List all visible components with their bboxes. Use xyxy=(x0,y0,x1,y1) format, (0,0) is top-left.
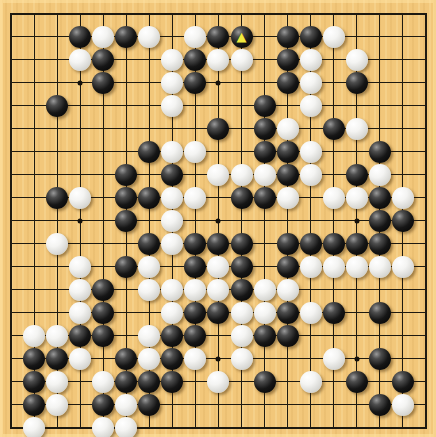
black-stone xyxy=(207,302,229,324)
black-stone xyxy=(115,371,137,393)
white-stone xyxy=(46,325,68,347)
black-stone xyxy=(231,279,253,301)
black-stone xyxy=(254,325,276,347)
black-stone xyxy=(92,49,114,71)
black-stone xyxy=(392,210,414,232)
white-stone xyxy=(392,256,414,278)
white-stone xyxy=(23,417,45,437)
black-stone xyxy=(92,302,114,324)
star-point xyxy=(354,356,359,361)
black-stone xyxy=(115,256,137,278)
white-stone xyxy=(161,141,183,163)
white-stone xyxy=(207,371,229,393)
black-stone xyxy=(138,394,160,416)
black-stone xyxy=(277,325,299,347)
black-stone xyxy=(207,233,229,255)
white-stone xyxy=(300,72,322,94)
white-stone xyxy=(138,279,160,301)
black-stone xyxy=(300,233,322,255)
black-stone xyxy=(92,325,114,347)
black-stone xyxy=(184,256,206,278)
star-point xyxy=(216,218,221,223)
white-stone xyxy=(69,49,91,71)
white-stone xyxy=(346,187,368,209)
white-stone xyxy=(207,279,229,301)
black-stone xyxy=(184,233,206,255)
black-stone xyxy=(369,302,391,324)
black-stone xyxy=(323,233,345,255)
white-stone xyxy=(392,394,414,416)
black-stone xyxy=(138,141,160,163)
white-stone xyxy=(115,417,137,437)
white-stone xyxy=(184,348,206,370)
black-stone xyxy=(254,95,276,117)
black-stone xyxy=(369,394,391,416)
black-stone xyxy=(254,118,276,140)
white-stone xyxy=(277,187,299,209)
white-stone xyxy=(300,164,322,186)
black-stone xyxy=(184,49,206,71)
white-stone xyxy=(323,26,345,48)
white-stone xyxy=(161,302,183,324)
white-stone xyxy=(346,256,368,278)
white-stone xyxy=(369,256,391,278)
board-line-horizontal xyxy=(10,404,427,405)
black-stone xyxy=(115,348,137,370)
black-stone xyxy=(184,302,206,324)
black-stone xyxy=(161,164,183,186)
white-stone xyxy=(184,279,206,301)
black-stone xyxy=(277,26,299,48)
star-point xyxy=(354,218,359,223)
black-stone xyxy=(277,72,299,94)
white-stone xyxy=(392,187,414,209)
black-stone xyxy=(346,371,368,393)
white-stone xyxy=(184,141,206,163)
black-stone xyxy=(323,302,345,324)
black-stone xyxy=(23,371,45,393)
black-stone xyxy=(392,371,414,393)
black-stone xyxy=(138,371,160,393)
black-stone xyxy=(207,26,229,48)
white-stone xyxy=(231,325,253,347)
white-stone xyxy=(46,233,68,255)
white-stone xyxy=(231,348,253,370)
white-stone xyxy=(184,187,206,209)
white-stone xyxy=(161,233,183,255)
black-stone xyxy=(92,72,114,94)
white-stone xyxy=(254,302,276,324)
black-stone xyxy=(138,187,160,209)
star-point xyxy=(78,80,83,85)
black-stone xyxy=(69,26,91,48)
black-stone xyxy=(231,26,253,48)
black-stone xyxy=(277,141,299,163)
black-stone xyxy=(184,72,206,94)
black-stone xyxy=(23,348,45,370)
black-stone xyxy=(92,394,114,416)
black-stone xyxy=(115,26,137,48)
white-stone xyxy=(346,49,368,71)
black-stone xyxy=(46,95,68,117)
white-stone xyxy=(323,187,345,209)
white-stone xyxy=(138,26,160,48)
white-stone xyxy=(69,302,91,324)
white-stone xyxy=(323,256,345,278)
board-line-horizontal xyxy=(10,13,427,15)
black-stone xyxy=(254,187,276,209)
white-stone xyxy=(346,118,368,140)
black-stone xyxy=(161,348,183,370)
black-stone xyxy=(369,210,391,232)
go-board[interactable]: ▲ xyxy=(0,0,436,437)
white-stone xyxy=(138,256,160,278)
white-stone xyxy=(254,164,276,186)
white-stone xyxy=(69,279,91,301)
white-stone xyxy=(46,394,68,416)
black-stone xyxy=(115,210,137,232)
star-point xyxy=(216,356,221,361)
black-stone xyxy=(184,325,206,347)
black-stone xyxy=(277,49,299,71)
white-stone xyxy=(300,302,322,324)
white-stone xyxy=(46,371,68,393)
black-stone xyxy=(277,164,299,186)
black-stone xyxy=(46,348,68,370)
white-stone xyxy=(369,164,391,186)
white-stone xyxy=(277,118,299,140)
black-stone xyxy=(277,233,299,255)
white-stone xyxy=(277,279,299,301)
white-stone xyxy=(69,187,91,209)
black-stone xyxy=(231,233,253,255)
black-stone xyxy=(369,233,391,255)
white-stone xyxy=(161,72,183,94)
black-stone xyxy=(277,302,299,324)
black-stone xyxy=(92,279,114,301)
white-stone xyxy=(254,279,276,301)
white-stone xyxy=(231,49,253,71)
black-stone xyxy=(346,72,368,94)
star-point xyxy=(78,218,83,223)
black-stone xyxy=(369,348,391,370)
black-stone xyxy=(231,187,253,209)
black-stone xyxy=(300,26,322,48)
black-stone xyxy=(69,325,91,347)
black-stone xyxy=(161,325,183,347)
black-stone xyxy=(254,371,276,393)
white-stone xyxy=(300,95,322,117)
white-stone xyxy=(92,371,114,393)
white-stone xyxy=(207,164,229,186)
white-stone xyxy=(23,325,45,347)
black-stone xyxy=(254,141,276,163)
white-stone xyxy=(69,256,91,278)
black-stone xyxy=(23,394,45,416)
black-stone xyxy=(323,118,345,140)
black-stone xyxy=(369,141,391,163)
go-game-screenshot: ▲ xyxy=(0,0,436,437)
white-stone xyxy=(184,26,206,48)
black-stone xyxy=(161,371,183,393)
white-stone xyxy=(115,394,137,416)
black-stone xyxy=(346,233,368,255)
white-stone xyxy=(161,49,183,71)
black-stone xyxy=(138,233,160,255)
black-stone xyxy=(369,187,391,209)
white-stone xyxy=(161,279,183,301)
white-stone xyxy=(161,95,183,117)
white-stone xyxy=(231,164,253,186)
board-line-horizontal xyxy=(10,151,427,152)
black-stone xyxy=(277,256,299,278)
white-stone xyxy=(300,49,322,71)
board-line-horizontal xyxy=(10,105,427,106)
white-stone xyxy=(231,302,253,324)
star-point xyxy=(216,80,221,85)
white-stone xyxy=(138,348,160,370)
white-stone xyxy=(69,348,91,370)
black-stone xyxy=(115,187,137,209)
white-stone xyxy=(323,348,345,370)
black-stone xyxy=(346,164,368,186)
black-stone xyxy=(231,256,253,278)
white-stone xyxy=(300,256,322,278)
white-stone xyxy=(138,325,160,347)
board-line-horizontal xyxy=(10,427,427,429)
white-stone xyxy=(300,141,322,163)
white-stone xyxy=(161,210,183,232)
white-stone xyxy=(300,371,322,393)
black-stone xyxy=(207,118,229,140)
black-stone xyxy=(115,164,137,186)
white-stone xyxy=(92,417,114,437)
black-stone xyxy=(46,187,68,209)
white-stone xyxy=(207,256,229,278)
white-stone xyxy=(207,49,229,71)
white-stone xyxy=(92,26,114,48)
white-stone xyxy=(161,187,183,209)
